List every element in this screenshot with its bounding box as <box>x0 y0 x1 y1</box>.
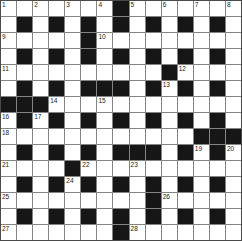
answer-cell[interactable] <box>178 129 193 144</box>
answer-cell[interactable] <box>194 81 209 96</box>
answer-cell[interactable] <box>210 1 225 16</box>
blocked-cell <box>178 17 193 32</box>
blocked-cell <box>1 97 16 112</box>
answer-cell[interactable]: 12 <box>178 65 193 80</box>
answer-cell[interactable] <box>226 49 241 64</box>
answer-cell[interactable]: 3 <box>65 1 80 16</box>
blocked-cell <box>81 33 96 48</box>
answer-cell[interactable] <box>130 193 145 208</box>
clue-number: 5 <box>131 1 135 9</box>
answer-cell[interactable] <box>146 225 161 240</box>
answer-cell[interactable] <box>178 193 193 208</box>
answer-cell[interactable] <box>130 129 145 144</box>
crossword-board: 1234567891011121314151617181920212223242… <box>0 0 242 241</box>
clue-number: 2 <box>34 1 38 9</box>
clue-number: 15 <box>98 97 105 105</box>
clue-number: 9 <box>2 33 6 41</box>
clue-number: 12 <box>179 65 186 73</box>
clue-number: 20 <box>227 145 234 153</box>
answer-cell[interactable] <box>17 193 32 208</box>
answer-cell[interactable] <box>226 17 241 32</box>
blocked-cell <box>49 145 64 160</box>
answer-cell[interactable] <box>33 145 48 160</box>
answer-cell[interactable] <box>194 97 209 112</box>
answer-cell[interactable] <box>130 113 145 128</box>
answer-cell[interactable]: 11 <box>1 65 16 80</box>
answer-cell[interactable] <box>146 161 161 176</box>
blocked-cell <box>113 49 128 64</box>
answer-cell[interactable] <box>33 17 48 32</box>
blocked-cell <box>162 65 177 80</box>
clue-number: 6 <box>163 1 167 9</box>
answer-cell[interactable] <box>226 193 241 208</box>
answer-cell[interactable] <box>162 33 177 48</box>
answer-cell[interactable] <box>17 65 32 80</box>
clue-number: 10 <box>98 33 105 41</box>
answer-cell[interactable] <box>130 65 145 80</box>
blocked-cell <box>49 177 64 192</box>
answer-cell[interactable] <box>194 177 209 192</box>
blocked-cell <box>210 81 225 96</box>
answer-cell[interactable] <box>194 49 209 64</box>
blocked-cell <box>113 145 128 160</box>
blocked-cell <box>210 129 225 144</box>
blocked-cell <box>17 177 32 192</box>
clue-number: 18 <box>2 129 9 137</box>
answer-cell[interactable] <box>162 97 177 112</box>
answer-cell[interactable]: 20 <box>226 145 241 160</box>
blocked-cell <box>17 145 32 160</box>
answer-cell[interactable] <box>113 65 128 80</box>
blocked-cell <box>113 209 128 224</box>
answer-cell[interactable] <box>226 177 241 192</box>
answer-cell[interactable] <box>1 81 16 96</box>
clue-number: 13 <box>163 81 170 89</box>
answer-cell[interactable] <box>49 1 64 16</box>
crossword-puzzle: 1234567891011121314151617181920212223242… <box>0 0 242 241</box>
blocked-cell <box>113 225 128 240</box>
blocked-cell <box>210 17 225 32</box>
blocked-cell <box>113 113 128 128</box>
answer-cell[interactable] <box>130 81 145 96</box>
answer-cell[interactable] <box>81 1 96 16</box>
answer-cell[interactable]: 25 <box>1 193 16 208</box>
blocked-cell <box>49 49 64 64</box>
clue-number: 28 <box>131 225 138 233</box>
answer-cell[interactable] <box>162 161 177 176</box>
clue-number: 7 <box>195 1 199 9</box>
answer-cell[interactable]: 8 <box>226 1 241 16</box>
answer-cell[interactable] <box>81 193 96 208</box>
answer-cell[interactable] <box>97 65 112 80</box>
answer-cell[interactable]: 9 <box>1 33 16 48</box>
answer-cell[interactable] <box>97 49 112 64</box>
blocked-cell <box>178 209 193 224</box>
clue-number: 21 <box>2 161 9 169</box>
answer-cell[interactable] <box>194 225 209 240</box>
answer-cell[interactable]: 7 <box>194 1 209 16</box>
answer-cell[interactable] <box>194 33 209 48</box>
answer-cell[interactable] <box>33 225 48 240</box>
clue-number: 3 <box>66 1 70 9</box>
answer-cell[interactable] <box>97 225 112 240</box>
answer-cell[interactable]: 2 <box>33 1 48 16</box>
blocked-cell <box>17 49 32 64</box>
answer-cell[interactable]: 14 <box>49 97 64 112</box>
answer-cell[interactable] <box>162 129 177 144</box>
answer-cell[interactable] <box>49 193 64 208</box>
answer-cell[interactable] <box>33 49 48 64</box>
clue-number: 27 <box>2 225 9 233</box>
answer-cell[interactable] <box>162 17 177 32</box>
answer-cell[interactable] <box>130 97 145 112</box>
blocked-cell <box>65 161 80 176</box>
answer-cell[interactable] <box>113 193 128 208</box>
answer-cell[interactable]: 22 <box>81 161 96 176</box>
clue-number: 1 <box>2 1 6 9</box>
answer-cell[interactable] <box>194 17 209 32</box>
answer-cell[interactable] <box>1 209 16 224</box>
answer-cell[interactable] <box>194 113 209 128</box>
answer-cell[interactable] <box>226 113 241 128</box>
blocked-cell <box>49 209 64 224</box>
blocked-cell <box>146 81 161 96</box>
answer-cell[interactable] <box>113 129 128 144</box>
answer-cell[interactable] <box>17 33 32 48</box>
clue-number: 25 <box>2 193 9 201</box>
blocked-cell <box>97 81 112 96</box>
blocked-cell <box>17 113 32 128</box>
answer-cell[interactable] <box>162 113 177 128</box>
answer-cell[interactable] <box>65 17 80 32</box>
blocked-cell <box>81 145 96 160</box>
answer-cell[interactable] <box>146 65 161 80</box>
answer-cell[interactable] <box>178 33 193 48</box>
blocked-cell <box>210 145 225 160</box>
answer-cell[interactable] <box>146 1 161 16</box>
blocked-cell <box>178 145 193 160</box>
clue-number: 22 <box>82 161 89 169</box>
answer-cell[interactable] <box>210 161 225 176</box>
answer-cell[interactable] <box>97 129 112 144</box>
answer-cell[interactable]: 17 <box>33 113 48 128</box>
clue-number: 23 <box>131 161 138 169</box>
answer-cell[interactable] <box>33 129 48 144</box>
answer-cell[interactable] <box>113 33 128 48</box>
answer-cell[interactable] <box>130 49 145 64</box>
blocked-cell <box>210 209 225 224</box>
answer-cell[interactable] <box>33 193 48 208</box>
answer-cell[interactable]: 27 <box>1 225 16 240</box>
answer-cell[interactable] <box>178 97 193 112</box>
answer-cell[interactable] <box>194 193 209 208</box>
answer-cell[interactable] <box>226 33 241 48</box>
clue-number: 4 <box>98 1 102 9</box>
answer-cell[interactable] <box>210 33 225 48</box>
answer-cell[interactable] <box>210 193 225 208</box>
answer-cell[interactable] <box>65 81 80 96</box>
answer-cell[interactable] <box>1 177 16 192</box>
answer-cell[interactable] <box>113 97 128 112</box>
answer-cell[interactable]: 21 <box>1 161 16 176</box>
answer-cell[interactable] <box>226 225 241 240</box>
answer-cell[interactable] <box>226 81 241 96</box>
answer-cell[interactable] <box>49 161 64 176</box>
answer-cell[interactable] <box>17 225 32 240</box>
blocked-cell <box>81 17 96 32</box>
answer-cell[interactable]: 4 <box>97 1 112 16</box>
answer-cell[interactable] <box>49 33 64 48</box>
answer-cell[interactable] <box>130 209 145 224</box>
blocked-cell <box>113 81 128 96</box>
answer-cell[interactable] <box>65 209 80 224</box>
answer-cell[interactable] <box>65 97 80 112</box>
blocked-cell <box>49 113 64 128</box>
blocked-cell <box>81 113 96 128</box>
blocked-cell <box>210 113 225 128</box>
answer-cell[interactable] <box>1 145 16 160</box>
blocked-cell <box>81 81 96 96</box>
answer-cell[interactable] <box>194 161 209 176</box>
answer-cell[interactable] <box>1 17 16 32</box>
answer-cell[interactable]: 18 <box>1 129 16 144</box>
answer-cell[interactable] <box>65 225 80 240</box>
answer-cell[interactable] <box>130 33 145 48</box>
answer-cell[interactable] <box>33 177 48 192</box>
answer-cell[interactable] <box>97 177 112 192</box>
answer-cell[interactable] <box>33 161 48 176</box>
answer-cell[interactable]: 5 <box>130 1 145 16</box>
answer-cell[interactable]: 26 <box>162 193 177 208</box>
answer-cell[interactable] <box>97 17 112 32</box>
blocked-cell <box>81 177 96 192</box>
answer-cell[interactable] <box>65 113 80 128</box>
answer-cell[interactable] <box>146 33 161 48</box>
answer-cell[interactable] <box>226 65 241 80</box>
answer-cell[interactable] <box>162 49 177 64</box>
answer-cell[interactable]: 1 <box>1 1 16 16</box>
blocked-cell <box>17 97 32 112</box>
answer-cell[interactable] <box>146 129 161 144</box>
answer-cell[interactable] <box>113 161 128 176</box>
answer-cell[interactable] <box>146 97 161 112</box>
answer-cell[interactable]: 24 <box>65 177 80 192</box>
answer-cell[interactable] <box>210 225 225 240</box>
answer-cell[interactable] <box>17 161 32 176</box>
answer-cell[interactable] <box>97 113 112 128</box>
answer-cell[interactable] <box>162 145 177 160</box>
answer-cell[interactable] <box>33 209 48 224</box>
answer-cell[interactable] <box>162 209 177 224</box>
answer-cell[interactable] <box>130 17 145 32</box>
answer-cell[interactable] <box>65 65 80 80</box>
blocked-cell <box>33 97 48 112</box>
blocked-cell <box>146 49 161 64</box>
answer-cell[interactable] <box>81 225 96 240</box>
blocked-cell <box>17 17 32 32</box>
answer-cell[interactable] <box>194 65 209 80</box>
answer-cell[interactable] <box>162 225 177 240</box>
answer-cell[interactable]: 19 <box>194 145 209 160</box>
blocked-cell <box>113 17 128 32</box>
answer-cell[interactable] <box>226 209 241 224</box>
answer-cell[interactable] <box>97 193 112 208</box>
answer-cell[interactable] <box>210 97 225 112</box>
answer-cell[interactable] <box>226 161 241 176</box>
blocked-cell <box>146 145 161 160</box>
blocked-cell <box>194 129 209 144</box>
answer-cell[interactable] <box>97 161 112 176</box>
blocked-cell <box>81 209 96 224</box>
blocked-cell <box>210 49 225 64</box>
answer-cell[interactable] <box>17 1 32 16</box>
blocked-cell <box>178 81 193 96</box>
answer-cell[interactable] <box>210 65 225 80</box>
answer-cell[interactable]: 10 <box>97 33 112 48</box>
blocked-cell <box>146 17 161 32</box>
clue-number: 8 <box>227 1 231 9</box>
answer-cell[interactable] <box>65 33 80 48</box>
answer-cell[interactable] <box>65 129 80 144</box>
blocked-cell <box>113 177 128 192</box>
blocked-cell <box>178 177 193 192</box>
answer-cell[interactable] <box>65 193 80 208</box>
clue-number: 14 <box>50 97 57 105</box>
answer-cell[interactable]: 13 <box>162 81 177 96</box>
blocked-cell <box>210 177 225 192</box>
blocked-cell <box>130 145 145 160</box>
answer-cell[interactable]: 16 <box>1 113 16 128</box>
answer-cell[interactable] <box>178 1 193 16</box>
answer-cell[interactable] <box>17 129 32 144</box>
answer-cell[interactable] <box>130 177 145 192</box>
answer-cell[interactable] <box>194 209 209 224</box>
blocked-cell <box>178 113 193 128</box>
blocked-cell <box>113 1 128 16</box>
answer-cell[interactable] <box>33 81 48 96</box>
answer-cell[interactable] <box>81 129 96 144</box>
blocked-cell <box>146 113 161 128</box>
answer-cell[interactable] <box>226 97 241 112</box>
blocked-cell <box>17 209 32 224</box>
answer-cell[interactable] <box>81 97 96 112</box>
answer-cell[interactable] <box>65 145 80 160</box>
blocked-cell <box>146 193 161 208</box>
blocked-cell <box>17 81 32 96</box>
answer-cell[interactable] <box>162 177 177 192</box>
answer-cell[interactable] <box>65 49 80 64</box>
clue-number: 16 <box>2 113 9 121</box>
answer-cell[interactable]: 23 <box>130 161 145 176</box>
answer-cell[interactable] <box>49 65 64 80</box>
clue-number: 24 <box>66 177 73 185</box>
answer-cell[interactable]: 6 <box>162 1 177 16</box>
blocked-cell <box>49 81 64 96</box>
blocked-cell <box>146 209 161 224</box>
clue-number: 19 <box>195 145 202 153</box>
answer-cell[interactable] <box>1 49 16 64</box>
blocked-cell <box>178 49 193 64</box>
answer-cell[interactable] <box>33 65 48 80</box>
answer-cell[interactable] <box>178 225 193 240</box>
answer-cell[interactable] <box>49 225 64 240</box>
clue-number: 26 <box>163 193 170 201</box>
answer-cell[interactable] <box>81 65 96 80</box>
answer-cell[interactable] <box>178 161 193 176</box>
clue-number: 17 <box>34 113 41 121</box>
answer-cell[interactable] <box>49 129 64 144</box>
blocked-cell <box>146 177 161 192</box>
answer-cell[interactable] <box>33 33 48 48</box>
answer-cell[interactable] <box>97 209 112 224</box>
blocked-cell <box>81 49 96 64</box>
answer-cell[interactable]: 15 <box>97 97 112 112</box>
blocked-cell <box>49 17 64 32</box>
clue-number: 11 <box>2 65 9 73</box>
answer-cell[interactable] <box>97 145 112 160</box>
answer-cell[interactable]: 28 <box>130 225 145 240</box>
blocked-cell <box>226 129 241 144</box>
